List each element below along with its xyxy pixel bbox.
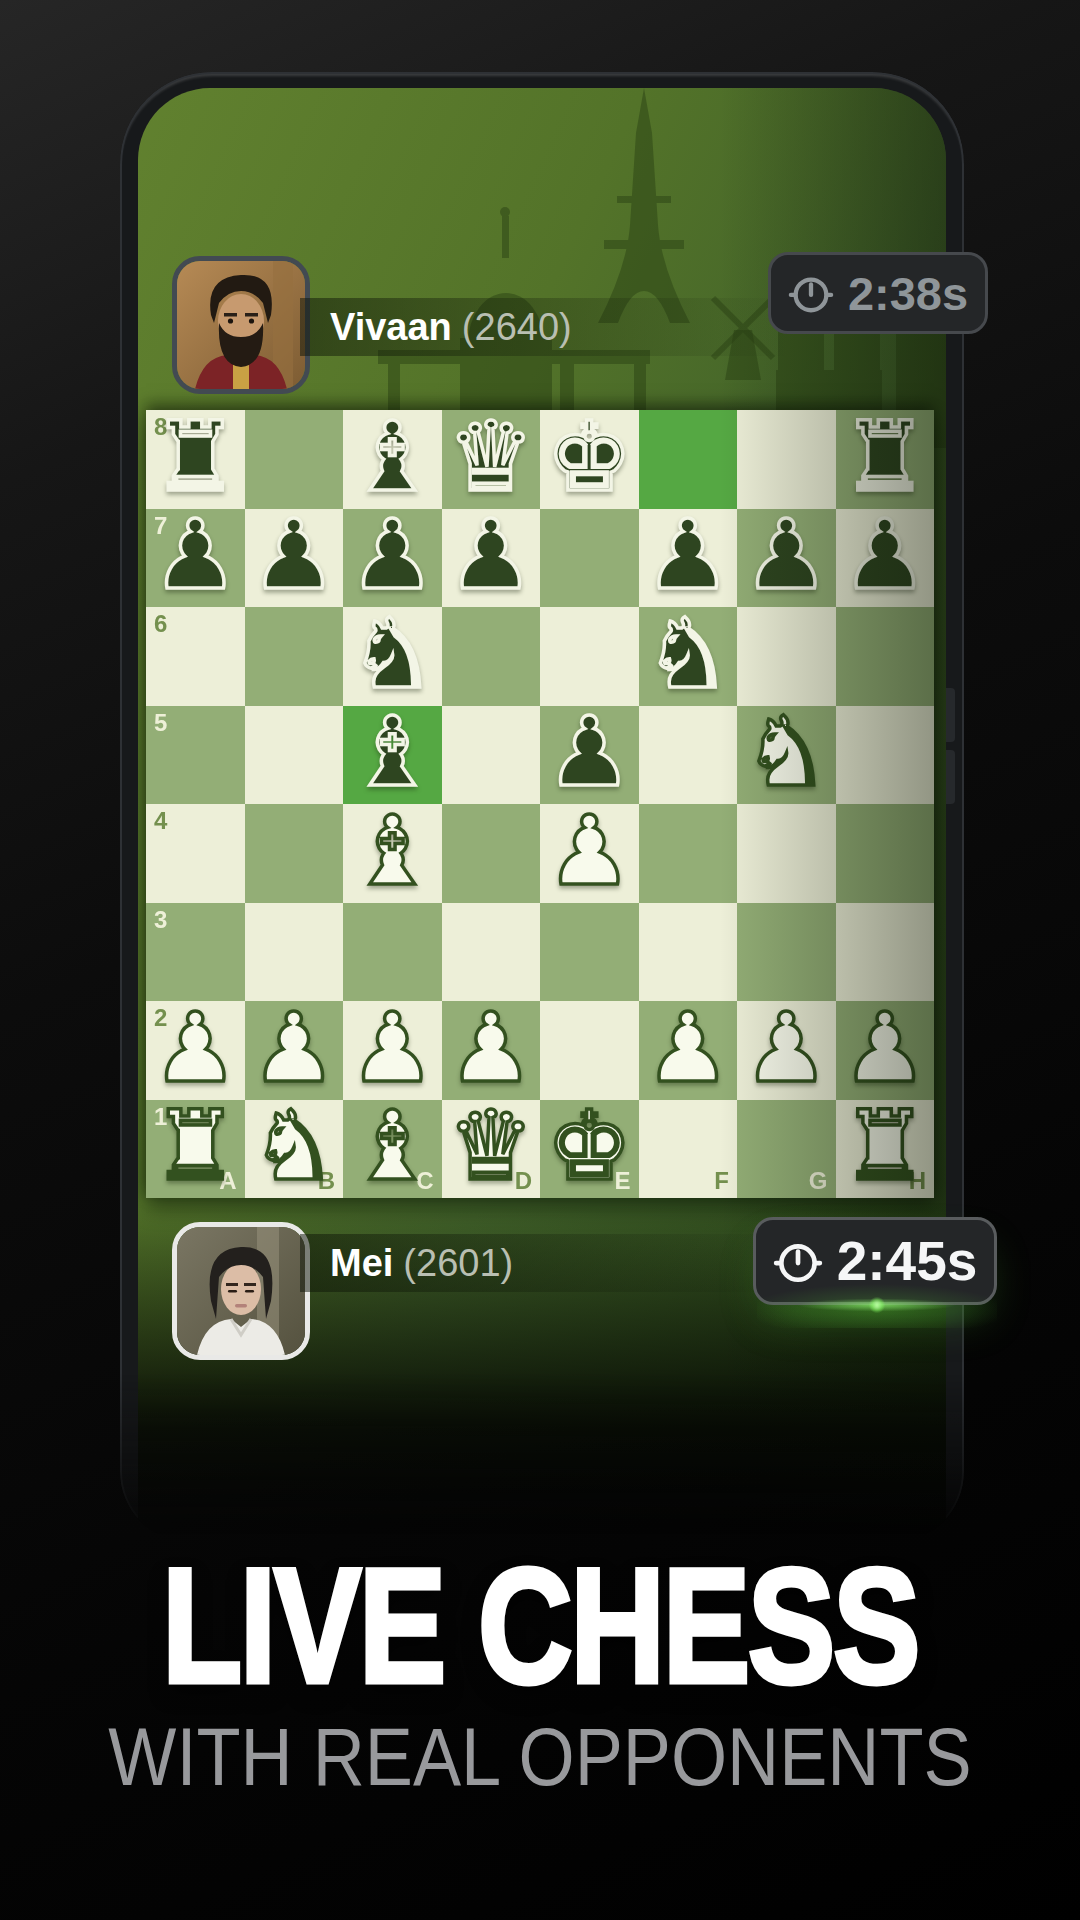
black-knight-c6: ♞ (349, 606, 435, 702)
avatar-top-player (172, 256, 310, 394)
square-g2[interactable]: ♟ (737, 1001, 836, 1100)
square-h4[interactable] (836, 804, 935, 903)
square-b3[interactable] (245, 903, 344, 1002)
bottom-player-name: Mei (330, 1242, 393, 1284)
square-c4[interactable]: ♝ (343, 804, 442, 903)
square-b2[interactable]: ♟ (245, 1001, 344, 1100)
black-pawn-g7: ♟ (743, 507, 829, 603)
white-king-e1: ♚ (546, 1098, 632, 1194)
square-h6[interactable] (836, 607, 935, 706)
volume-button (946, 688, 955, 742)
black-rook-h8: ♜ (842, 409, 928, 505)
square-a3[interactable]: 3 (146, 903, 245, 1002)
white-rook-a1: ♜ (152, 1098, 238, 1194)
power-button (946, 750, 955, 804)
bearded-man-portrait (177, 261, 305, 389)
square-b5[interactable] (245, 706, 344, 805)
page-subtitle: WITH REAL OPPONENTS (65, 1716, 1015, 1798)
black-pawn-c7: ♟ (349, 507, 435, 603)
white-pawn-a2: ♟ (152, 1000, 238, 1096)
white-bishop-c1: ♝ (349, 1098, 435, 1194)
square-h2[interactable]: ♟ (836, 1001, 935, 1100)
square-a5[interactable]: 5 (146, 706, 245, 805)
top-player-rating: (2640) (462, 306, 572, 348)
square-d4[interactable] (442, 804, 541, 903)
file-label-F: F (714, 1169, 729, 1193)
clock-icon (788, 270, 834, 316)
white-knight-b1: ♞ (251, 1098, 337, 1194)
black-queen-d8: ♛ (448, 409, 534, 505)
chess-board: 8♜♝♛♚♜7♟♟♟♟♟♟♟6♞♞5♝♟♞4♝♟32♟♟♟♟♟♟♟1A♜B♞C♝… (146, 410, 934, 1198)
square-d5[interactable] (442, 706, 541, 805)
white-pawn-b2: ♟ (251, 1000, 337, 1096)
square-a8[interactable]: 8♜ (146, 410, 245, 509)
clock-icon (773, 1236, 823, 1286)
white-pawn-f2: ♟ (645, 1000, 731, 1096)
file-label-G: G (809, 1169, 828, 1193)
square-c6[interactable]: ♞ (343, 607, 442, 706)
square-g7[interactable]: ♟ (737, 509, 836, 608)
top-player-nameline: Vivaan(2640) (330, 306, 572, 349)
square-e5[interactable]: ♟ (540, 706, 639, 805)
woman-portrait (177, 1227, 305, 1355)
white-knight-g5: ♞ (743, 704, 829, 800)
square-d2[interactable]: ♟ (442, 1001, 541, 1100)
top-player-clock: 2:38s (768, 252, 988, 334)
square-a1[interactable]: 1A♜ (146, 1100, 245, 1199)
square-f6[interactable]: ♞ (639, 607, 738, 706)
black-king-e8: ♚ (546, 409, 632, 505)
square-c2[interactable]: ♟ (343, 1001, 442, 1100)
square-h1[interactable]: H♜ (836, 1100, 935, 1199)
bottom-player-rating: (2601) (403, 1242, 513, 1284)
square-g8[interactable] (737, 410, 836, 509)
square-a7[interactable]: 7♟ (146, 509, 245, 608)
square-e6[interactable] (540, 607, 639, 706)
black-pawn-d7: ♟ (448, 507, 534, 603)
square-d1[interactable]: D♛ (442, 1100, 541, 1199)
square-b6[interactable] (245, 607, 344, 706)
square-c3[interactable] (343, 903, 442, 1002)
rank-label-4: 4 (154, 809, 167, 833)
square-g3[interactable] (737, 903, 836, 1002)
square-b1[interactable]: B♞ (245, 1100, 344, 1199)
square-g1[interactable]: G (737, 1100, 836, 1199)
square-b8[interactable] (245, 410, 344, 509)
square-f4[interactable] (639, 804, 738, 903)
square-e4[interactable]: ♟ (540, 804, 639, 903)
square-b7[interactable]: ♟ (245, 509, 344, 608)
square-e1[interactable]: E♚ (540, 1100, 639, 1199)
app-store-screenshot: 8♜♝♛♚♜7♟♟♟♟♟♟♟6♞♞5♝♟♞4♝♟32♟♟♟♟♟♟♟1A♜B♞C♝… (0, 0, 1080, 1920)
black-bishop-c5: ♝ (349, 704, 435, 800)
white-pawn-c2: ♟ (349, 1000, 435, 1096)
square-h5[interactable] (836, 706, 935, 805)
black-pawn-a7: ♟ (152, 507, 238, 603)
square-a6[interactable]: 6 (146, 607, 245, 706)
white-bishop-c4: ♝ (349, 803, 435, 899)
black-pawn-e5: ♟ (546, 704, 632, 800)
square-e7[interactable] (540, 509, 639, 608)
top-player-name: Vivaan (330, 306, 452, 348)
square-e2[interactable] (540, 1001, 639, 1100)
white-pawn-h2: ♟ (842, 1000, 928, 1096)
black-pawn-b7: ♟ (251, 507, 337, 603)
square-g5[interactable]: ♞ (737, 706, 836, 805)
white-queen-d1: ♛ (448, 1098, 534, 1194)
square-f3[interactable] (639, 903, 738, 1002)
rank-label-6: 6 (154, 612, 167, 636)
square-f7[interactable]: ♟ (639, 509, 738, 608)
black-pawn-f7: ♟ (645, 507, 731, 603)
square-f5[interactable] (639, 706, 738, 805)
square-g6[interactable] (737, 607, 836, 706)
square-e3[interactable] (540, 903, 639, 1002)
square-d8[interactable]: ♛ (442, 410, 541, 509)
square-g4[interactable] (737, 804, 836, 903)
bottom-clock-time: 2:45s (837, 1229, 978, 1293)
rank-label-3: 3 (154, 908, 167, 932)
square-b4[interactable] (245, 804, 344, 903)
square-d3[interactable] (442, 903, 541, 1002)
square-h3[interactable] (836, 903, 935, 1002)
white-rook-h1: ♜ (842, 1098, 928, 1194)
square-f1[interactable]: F (639, 1100, 738, 1199)
square-f2[interactable]: ♟ (639, 1001, 738, 1100)
white-pawn-g2: ♟ (743, 1000, 829, 1096)
square-c7[interactable]: ♟ (343, 509, 442, 608)
square-c5[interactable]: ♝ (343, 706, 442, 805)
square-c8[interactable]: ♝ (343, 410, 442, 509)
white-pawn-d2: ♟ (448, 1000, 534, 1096)
square-h8[interactable]: ♜ (836, 410, 935, 509)
page-title: LIVE CHESS (108, 1544, 972, 1708)
black-pawn-h7: ♟ (842, 507, 928, 603)
square-h7[interactable]: ♟ (836, 509, 935, 608)
black-knight-f6: ♞ (645, 606, 731, 702)
square-f8[interactable] (639, 410, 738, 509)
bottom-player-nameline: Mei(2601) (330, 1242, 513, 1285)
square-c1[interactable]: C♝ (343, 1100, 442, 1199)
black-rook-a8: ♜ (152, 409, 238, 505)
square-d6[interactable] (442, 607, 541, 706)
square-e8[interactable]: ♚ (540, 410, 639, 509)
avatar-bottom-player (172, 1222, 310, 1360)
square-a2[interactable]: 2♟ (146, 1001, 245, 1100)
black-bishop-c8: ♝ (349, 409, 435, 505)
bottom-player-clock: 2:45s (753, 1217, 997, 1305)
square-d7[interactable]: ♟ (442, 509, 541, 608)
top-clock-time: 2:38s (848, 266, 968, 321)
white-pawn-e4: ♟ (546, 803, 632, 899)
square-a4[interactable]: 4 (146, 804, 245, 903)
rank-label-5: 5 (154, 711, 167, 735)
